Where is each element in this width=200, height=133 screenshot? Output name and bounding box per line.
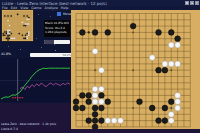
menu-help[interactable]: Help [61, 6, 69, 11]
winrate-bar: 58.2% [30, 53, 72, 57]
ponder-icon [57, 12, 61, 16]
engine-info-line: 1,264 playouts [45, 30, 69, 35]
window-bottom-border [71, 129, 200, 133]
winrate-bar-label: 58.2% [62, 53, 71, 57]
info-winrate-bar-black-segment [44, 40, 54, 44]
status-comment-panel: Leela Zero · best-network · 1.2k po/s Li… [0, 103, 70, 133]
engine-info-box: Black 41.8% White 58.2% Score: W+3.4 1,2… [44, 20, 70, 37]
window-title: Lizzie - Leela Zero Interface (best-netw… [2, 1, 182, 6]
app-window: Lizzie - Leela Zero Interface (best-netw… [0, 0, 200, 133]
star-speck [55, 50, 56, 51]
go-board[interactable] [71, 10, 200, 129]
star-speck [36, 38, 37, 39]
star-speck [8, 46, 9, 47]
engine-info-line: Black 41.8% White 58.2% [45, 21, 69, 26]
star-speck [54, 44, 55, 45]
maximize-button[interactable]: □ [190, 1, 194, 5]
star-speck [20, 49, 21, 50]
star-speck [50, 16, 51, 17]
minimize-button[interactable]: – [185, 1, 189, 5]
star-speck [38, 14, 39, 15]
star-speck [41, 47, 42, 48]
menu-analyze[interactable]: Analyze [44, 6, 57, 11]
status-line: Leela Zero · best-network · 1.2k po/s [1, 122, 67, 126]
status-line: Lizzie 0.7.4 [1, 127, 67, 131]
close-button[interactable]: × [195, 1, 199, 5]
sub-board[interactable] [2, 10, 33, 41]
info-winrate-bar [44, 40, 70, 44]
winrate-value-label: 41.8% [1, 52, 11, 56]
winrate-graph[interactable] [0, 58, 71, 102]
